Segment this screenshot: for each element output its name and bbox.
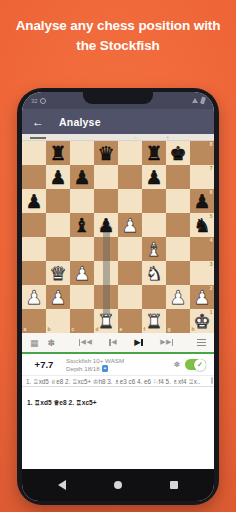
app-bar: ← Analyse [22, 109, 214, 134]
rank-label-2: 2 [210, 286, 213, 291]
menu-icon[interactable] [197, 339, 206, 346]
square-e3[interactable] [118, 261, 142, 285]
file-label-b: b [48, 327, 51, 332]
square-b5[interactable] [46, 213, 70, 237]
board-editor-icon[interactable]: ▦ [30, 338, 39, 348]
square-g3[interactable] [166, 261, 190, 285]
black-king-g8[interactable]: ♚ [166, 141, 190, 165]
played-moves: 1. ♖xd5 ♕e8 2. ♖xc5+ [27, 399, 97, 406]
previous-move-button[interactable]: ◀ [109, 339, 116, 346]
file-label-f: f [144, 327, 146, 332]
square-d1[interactable]: ♜d [94, 309, 118, 333]
square-b8[interactable]: ♜ [46, 141, 70, 165]
phone-screen: 32 ← Analyse ⌕ + ♜♛♜♚8♟♟♟7♟♟6♝♟♟♞5♝4♛♟♞3… [22, 92, 214, 501]
black-queen-d8[interactable]: ♛ [94, 141, 118, 165]
square-d5[interactable]: ♟ [94, 213, 118, 237]
square-f1[interactable]: ♜f [142, 309, 166, 333]
board-toolbar: ▦ ✽ ◀◀ ◀ ▶ ▶▶ [22, 333, 214, 352]
square-f5[interactable] [142, 213, 166, 237]
square-e4[interactable] [118, 237, 142, 261]
analysis-panel: +7.7 Stockfish 10+ WASM Depth 18/18 ▴ ✽ … [22, 354, 214, 376]
status-time: 32 [31, 98, 38, 104]
file-label-a: a [24, 327, 27, 332]
file-label-g: g [168, 327, 171, 332]
square-c7[interactable]: ♟ [70, 165, 94, 189]
engine-depth: Depth 18/18 [66, 365, 100, 373]
square-c8[interactable] [70, 141, 94, 165]
move-list[interactable]: 1. ♖xd5 ♕e8 2. ♖xc5+ [22, 387, 214, 469]
eval-strip-marks: ⌕ + [134, 134, 183, 141]
square-h5[interactable]: ♞5 [190, 213, 214, 237]
headline: Analyse any chess position with the Stoc… [0, 16, 236, 56]
black-pawn-c7[interactable]: ♟ [70, 165, 94, 189]
settings-flower-icon[interactable]: ✽ [48, 338, 56, 348]
square-b7[interactable]: ♟ [46, 165, 70, 189]
promo-screenshot: Analyse any chess position with the Stoc… [0, 0, 236, 512]
square-a2[interactable]: ♟ [22, 285, 46, 309]
file-label-h: h [192, 327, 195, 332]
wifi-icon [192, 98, 198, 103]
headline-line1: Analyse any chess position with [0, 16, 236, 36]
square-g8[interactable]: ♚ [166, 141, 190, 165]
white-pawn-b2[interactable]: ♟ [46, 285, 70, 309]
square-f6[interactable] [142, 189, 166, 213]
square-e8[interactable] [118, 141, 142, 165]
square-b4[interactable] [46, 237, 70, 261]
square-g4[interactable] [166, 237, 190, 261]
white-pawn-g2[interactable]: ♟ [166, 285, 190, 309]
square-f3[interactable]: ♞ [142, 261, 166, 285]
depth-badge-icon: ▴ [102, 365, 109, 372]
black-rook-f8[interactable]: ♜ [142, 141, 166, 165]
black-rook-b8[interactable]: ♜ [46, 141, 70, 165]
black-pawn-f7[interactable]: ♟ [142, 165, 166, 189]
evaluation-score: +7.7 [22, 359, 66, 370]
black-pawn-a6[interactable]: ♟ [22, 189, 46, 213]
square-h7[interactable]: 7 [190, 165, 214, 189]
square-d8[interactable]: ♛ [94, 141, 118, 165]
engine-depth-row: Depth 18/18 ▴ [66, 365, 174, 373]
square-h2[interactable]: ♟2 [190, 285, 214, 309]
back-button[interactable]: ← [32, 115, 50, 129]
square-g1[interactable]: g [166, 309, 190, 333]
square-b1[interactable]: b [46, 309, 70, 333]
square-h4[interactable]: 4 [190, 237, 214, 261]
square-a4[interactable] [22, 237, 46, 261]
phone-notch [83, 92, 153, 104]
square-a7[interactable] [22, 165, 46, 189]
next-move-button[interactable]: ▶ [134, 338, 142, 347]
square-a1[interactable]: a [22, 309, 46, 333]
app-bar-title: Analyse [59, 116, 101, 128]
engine-settings-icon[interactable]: ✽ [174, 360, 180, 369]
square-h3[interactable]: 3 [190, 261, 214, 285]
file-label-c: c [72, 327, 75, 332]
square-c5[interactable]: ♝ [70, 213, 94, 237]
headline-line2: the Stockfish [0, 36, 236, 56]
square-e6[interactable] [118, 189, 142, 213]
rank-label-1: 1 [210, 310, 213, 315]
skip-to-start-button[interactable]: ◀◀ [79, 339, 92, 346]
battery-icon [200, 97, 206, 105]
square-d7[interactable] [94, 165, 118, 189]
rank-label-3: 3 [210, 262, 213, 267]
rank-label-6: 6 [210, 190, 213, 195]
square-a5[interactable] [22, 213, 46, 237]
status-left: 32 [31, 98, 46, 104]
android-nav-bar [22, 469, 214, 501]
white-knight-f3[interactable]: ♞ [142, 261, 166, 285]
engine-toggle[interactable]: ✓ [185, 359, 206, 370]
eval-strip-black-segment [30, 137, 46, 139]
white-rook-f1[interactable]: ♜ [142, 309, 166, 333]
square-c4[interactable] [70, 237, 94, 261]
square-d6[interactable] [94, 189, 118, 213]
square-h8[interactable]: 8 [190, 141, 214, 165]
square-a8[interactable] [22, 141, 46, 165]
rank-label-7: 7 [210, 166, 213, 171]
square-f8[interactable]: ♜ [142, 141, 166, 165]
android-home-button[interactable] [114, 481, 122, 489]
square-h6[interactable]: ♟6 [190, 189, 214, 213]
skip-to-end-button[interactable]: ▶▶ [160, 339, 173, 346]
white-pawn-c3[interactable]: ♟ [70, 261, 94, 285]
square-a6[interactable]: ♟ [22, 189, 46, 213]
square-h1[interactable]: ♚1h [190, 309, 214, 333]
square-c3[interactable]: ♟ [70, 261, 94, 285]
white-queen-b3[interactable]: ♛ [46, 261, 70, 285]
square-g7[interactable] [166, 165, 190, 189]
square-c2[interactable] [70, 285, 94, 309]
square-g6[interactable] [166, 189, 190, 213]
square-e1[interactable]: e [118, 309, 142, 333]
status-right [192, 97, 205, 104]
square-a3[interactable] [22, 261, 46, 285]
black-pawn-d5[interactable]: ♟ [94, 213, 118, 237]
android-back-button[interactable] [58, 480, 66, 490]
scrollbar[interactable] [211, 377, 213, 384]
notification-icon [40, 98, 46, 104]
white-pawn-e5[interactable]: ♟ [118, 213, 142, 237]
file-label-e: e [120, 327, 123, 332]
square-f4[interactable]: ♝ [142, 237, 166, 261]
playback-controls: ◀◀ ◀ ▶ ▶▶ [61, 338, 191, 347]
black-bishop-c5[interactable]: ♝ [70, 213, 94, 237]
square-e7[interactable] [118, 165, 142, 189]
rank-label-4: 4 [210, 238, 213, 243]
square-g5[interactable] [166, 213, 190, 237]
black-pawn-b7[interactable]: ♟ [46, 165, 70, 189]
rank-label-8: 8 [210, 142, 213, 147]
engine-best-line: 1. ♖xd5 ♕e8 2. ♖xc5+ ♔h8 3. ♗e3 c6 4. e6… [26, 378, 208, 385]
engine-arrow [103, 229, 110, 321]
engine-toggle-knob: ✓ [194, 359, 206, 371]
square-g2[interactable]: ♟ [166, 285, 190, 309]
white-bishop-f4[interactable]: ♝ [142, 237, 166, 261]
square-b3[interactable]: ♛ [46, 261, 70, 285]
square-f7[interactable]: ♟ [142, 165, 166, 189]
engine-line-row[interactable]: 1. ♖xd5 ♕e8 2. ♖xc5+ ♔h8 3. ♗e3 c6 4. e6… [22, 376, 214, 387]
chess-board[interactable]: ♜♛♜♚8♟♟♟7♟♟6♝♟♟♞5♝4♛♟♞3♟♟♟♟2abc♜de♜fg♚1h [22, 141, 214, 333]
engine-name: Stockfish 10+ WASM [66, 357, 174, 365]
white-pawn-a2[interactable]: ♟ [22, 285, 46, 309]
engine-info: Stockfish 10+ WASM Depth 18/18 ▴ [66, 357, 174, 373]
file-label-d: d [96, 327, 99, 332]
eval-strip: ⌕ + [22, 134, 214, 141]
android-recents-button[interactable] [170, 481, 178, 489]
phone-frame: 32 ← Analyse ⌕ + ♜♛♜♚8♟♟♟7♟♟6♝♟♟♞5♝4♛♟♞3… [17, 88, 219, 505]
square-c1[interactable]: c [70, 309, 94, 333]
square-e2[interactable] [118, 285, 142, 309]
toolbar-left-group: ▦ ✽ [30, 338, 55, 348]
square-b6[interactable] [46, 189, 70, 213]
square-b2[interactable]: ♟ [46, 285, 70, 309]
square-f2[interactable] [142, 285, 166, 309]
square-e5[interactable]: ♟ [118, 213, 142, 237]
rank-label-5: 5 [210, 214, 213, 219]
square-c6[interactable] [70, 189, 94, 213]
